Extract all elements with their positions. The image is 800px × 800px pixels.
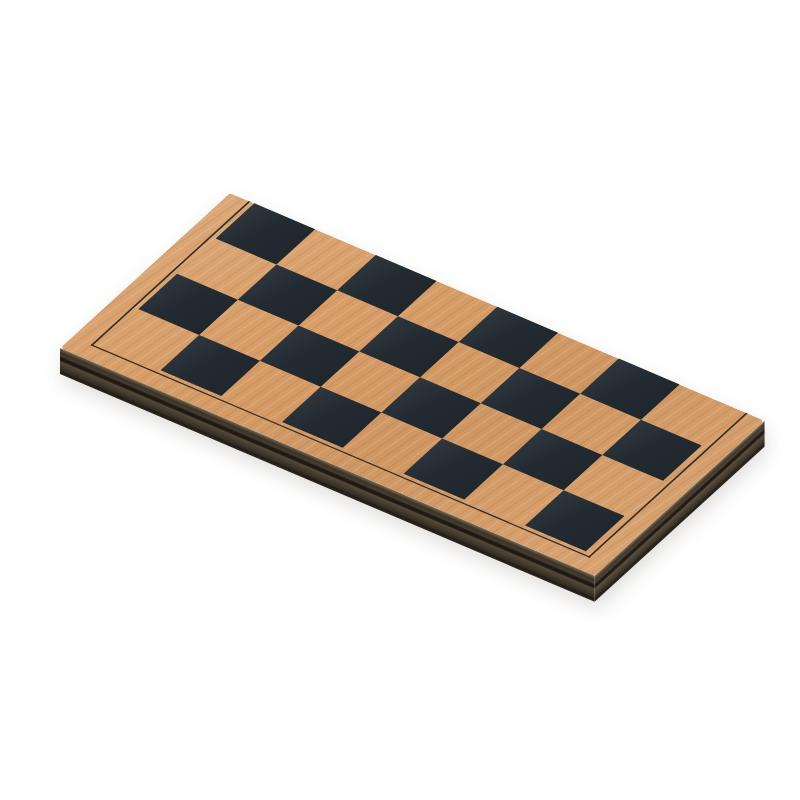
product-photo: [0, 0, 800, 800]
folded-chessboard: [0, 0, 800, 800]
